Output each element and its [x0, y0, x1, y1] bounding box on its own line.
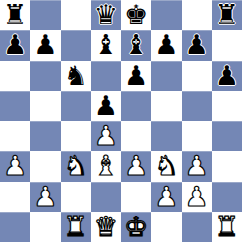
square-c4[interactable] — [61, 121, 91, 151]
square-c5[interactable] — [61, 91, 91, 121]
square-b4[interactable] — [30, 121, 60, 151]
square-g8[interactable] — [182, 0, 212, 30]
square-b5[interactable] — [30, 91, 60, 121]
square-h4[interactable] — [212, 121, 242, 151]
piece-white-pawn[interactable]: ♟ — [3, 151, 27, 181]
piece-black-rook[interactable]: ♜ — [215, 0, 239, 30]
piece-white-knight[interactable]: ♞ — [64, 151, 88, 181]
square-d4[interactable]: ♟ — [91, 121, 121, 151]
square-e3[interactable]: ♟ — [121, 151, 151, 181]
piece-white-pawn[interactable]: ♟ — [94, 121, 118, 151]
square-e8[interactable]: ♚ — [121, 0, 151, 30]
square-c6[interactable]: ♞ — [61, 61, 91, 91]
square-h7[interactable] — [212, 30, 242, 60]
square-f3[interactable]: ♞ — [151, 151, 181, 181]
square-a7[interactable]: ♟ — [0, 30, 30, 60]
piece-black-bishop[interactable]: ♝ — [94, 30, 118, 60]
square-h3[interactable] — [212, 151, 242, 181]
piece-black-pawn[interactable]: ♟ — [185, 30, 209, 60]
square-a3[interactable]: ♟ — [0, 151, 30, 181]
piece-white-queen[interactable]: ♛ — [94, 212, 118, 242]
piece-white-pawn[interactable]: ♟ — [154, 182, 178, 212]
piece-white-pawn[interactable]: ♟ — [124, 151, 148, 181]
square-e6[interactable]: ♟ — [121, 61, 151, 91]
square-a6[interactable] — [0, 61, 30, 91]
piece-white-rook[interactable]: ♜ — [64, 212, 88, 242]
piece-white-pawn[interactable]: ♟ — [33, 182, 57, 212]
square-f5[interactable] — [151, 91, 181, 121]
chess-board: ♜♛♚♜♟♟♝♝♟♟♞♟♟♟♟♟♞♝♟♞♟♟♟♟♜♛♚♜ — [0, 0, 242, 242]
square-g7[interactable]: ♟ — [182, 30, 212, 60]
piece-black-bishop[interactable]: ♝ — [124, 30, 148, 60]
square-h8[interactable]: ♜ — [212, 0, 242, 30]
square-h5[interactable] — [212, 91, 242, 121]
square-g5[interactable] — [182, 91, 212, 121]
square-d2[interactable] — [91, 182, 121, 212]
square-d7[interactable]: ♝ — [91, 30, 121, 60]
piece-black-pawn[interactable]: ♟ — [124, 61, 148, 91]
square-h1[interactable]: ♜ — [212, 212, 242, 242]
piece-white-rook[interactable]: ♜ — [215, 212, 239, 242]
piece-black-queen[interactable]: ♛ — [94, 0, 118, 30]
square-d5[interactable]: ♟ — [91, 91, 121, 121]
piece-black-pawn[interactable]: ♟ — [3, 30, 27, 60]
square-b1[interactable] — [30, 212, 60, 242]
square-f7[interactable]: ♟ — [151, 30, 181, 60]
square-a8[interactable]: ♜ — [0, 0, 30, 30]
square-g6[interactable] — [182, 61, 212, 91]
square-g3[interactable]: ♟ — [182, 151, 212, 181]
piece-black-king[interactable]: ♚ — [124, 0, 148, 30]
square-a4[interactable] — [0, 121, 30, 151]
square-f8[interactable] — [151, 0, 181, 30]
square-a2[interactable] — [0, 182, 30, 212]
square-a5[interactable] — [0, 91, 30, 121]
piece-black-pawn[interactable]: ♟ — [94, 91, 118, 121]
square-b8[interactable] — [30, 0, 60, 30]
square-f2[interactable]: ♟ — [151, 182, 181, 212]
piece-black-pawn[interactable]: ♟ — [33, 30, 57, 60]
square-f1[interactable] — [151, 212, 181, 242]
square-b7[interactable]: ♟ — [30, 30, 60, 60]
square-h6[interactable]: ♟ — [212, 61, 242, 91]
square-d3[interactable]: ♝ — [91, 151, 121, 181]
piece-white-pawn[interactable]: ♟ — [185, 182, 209, 212]
square-c2[interactable] — [61, 182, 91, 212]
piece-black-pawn[interactable]: ♟ — [154, 30, 178, 60]
square-h2[interactable] — [212, 182, 242, 212]
square-c8[interactable] — [61, 0, 91, 30]
square-b2[interactable]: ♟ — [30, 182, 60, 212]
square-d1[interactable]: ♛ — [91, 212, 121, 242]
square-g1[interactable] — [182, 212, 212, 242]
square-d8[interactable]: ♛ — [91, 0, 121, 30]
square-d6[interactable] — [91, 61, 121, 91]
square-a1[interactable] — [0, 212, 30, 242]
square-c7[interactable] — [61, 30, 91, 60]
square-f6[interactable] — [151, 61, 181, 91]
square-f4[interactable] — [151, 121, 181, 151]
piece-white-king[interactable]: ♚ — [124, 212, 148, 242]
square-b6[interactable] — [30, 61, 60, 91]
square-e1[interactable]: ♚ — [121, 212, 151, 242]
square-c1[interactable]: ♜ — [61, 212, 91, 242]
square-e5[interactable] — [121, 91, 151, 121]
square-e2[interactable] — [121, 182, 151, 212]
piece-white-bishop[interactable]: ♝ — [94, 151, 118, 181]
square-g4[interactable] — [182, 121, 212, 151]
piece-black-knight[interactable]: ♞ — [64, 61, 88, 91]
square-e7[interactable]: ♝ — [121, 30, 151, 60]
square-c3[interactable]: ♞ — [61, 151, 91, 181]
piece-black-pawn[interactable]: ♟ — [215, 61, 239, 91]
square-b3[interactable] — [30, 151, 60, 181]
piece-black-rook[interactable]: ♜ — [3, 0, 27, 30]
piece-white-pawn[interactable]: ♟ — [185, 151, 209, 181]
square-e4[interactable] — [121, 121, 151, 151]
square-g2[interactable]: ♟ — [182, 182, 212, 212]
piece-white-knight[interactable]: ♞ — [154, 151, 178, 181]
